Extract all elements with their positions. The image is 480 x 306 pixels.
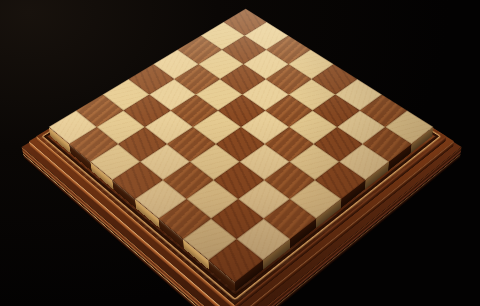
square-c7[interactable]	[118, 127, 167, 162]
playing-surface	[49, 9, 434, 282]
photo-background	[0, 0, 480, 306]
square-e7[interactable]	[163, 162, 214, 199]
square-e5[interactable]	[216, 127, 265, 162]
square-e6[interactable]	[190, 144, 240, 180]
square-d6[interactable]	[167, 127, 216, 162]
square-g5[interactable]	[264, 162, 315, 199]
square-g4[interactable]	[289, 144, 339, 180]
square-d7[interactable]	[140, 144, 190, 180]
playing-surface-slab	[49, 9, 434, 282]
square-g7[interactable]	[211, 199, 264, 239]
square-f6[interactable]	[214, 162, 265, 199]
square-f4[interactable]	[265, 127, 314, 162]
board-scene	[0, 0, 480, 306]
square-f7[interactable]	[187, 180, 239, 219]
squares-grid	[49, 9, 434, 282]
square-g6[interactable]	[238, 180, 290, 219]
square-g3[interactable]	[314, 127, 363, 162]
square-f5[interactable]	[240, 144, 290, 180]
